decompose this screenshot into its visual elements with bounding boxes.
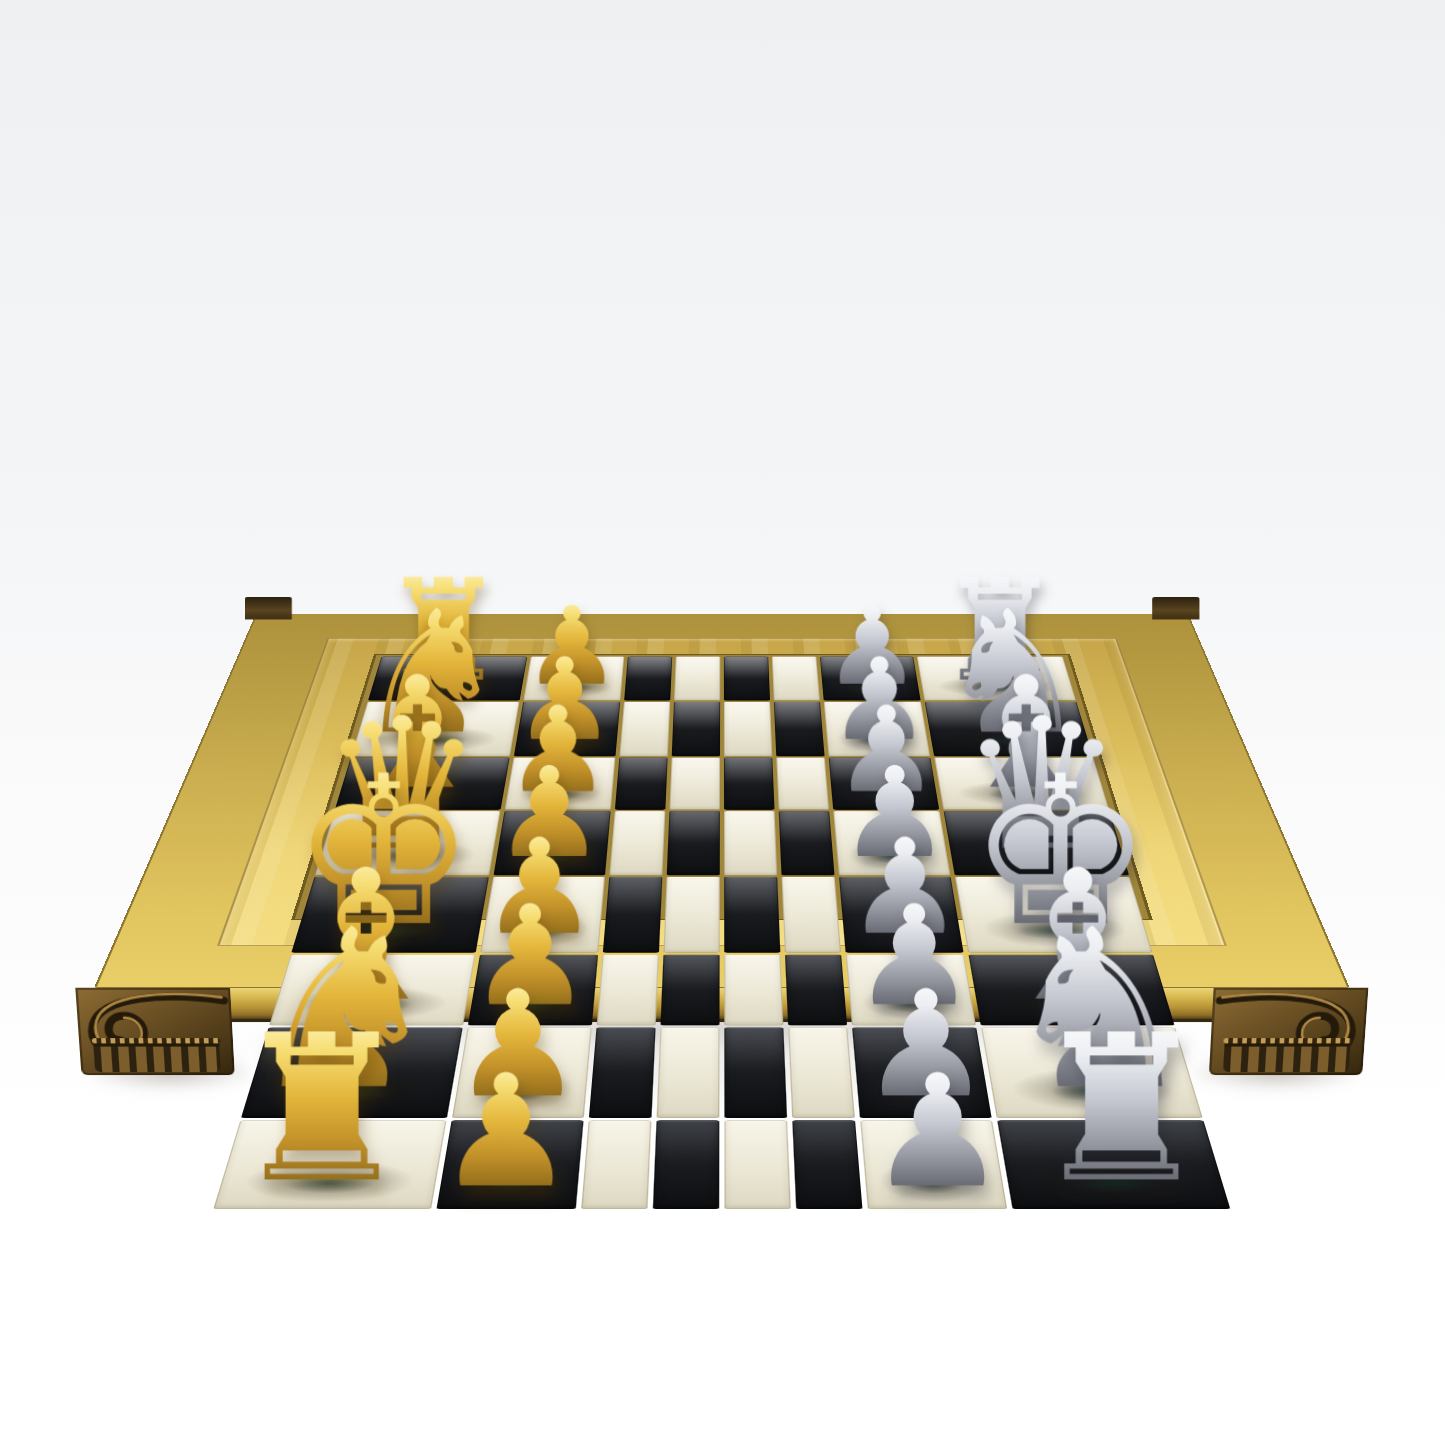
square-a3[interactable] — [625, 657, 673, 701]
square-f3[interactable] — [597, 955, 659, 1026]
foot-fluting — [93, 1043, 221, 1072]
square-d3[interactable] — [610, 811, 666, 875]
square-g3[interactable] — [589, 1028, 655, 1118]
square-h6[interactable] — [792, 1120, 862, 1209]
square-h8[interactable]: ♜ — [997, 1120, 1231, 1209]
square-c5[interactable] — [724, 757, 774, 809]
square-a6[interactable] — [772, 657, 820, 701]
square-c4[interactable] — [670, 757, 720, 809]
piece-white-pawn[interactable]: ♟ — [437, 1058, 577, 1206]
square-a4[interactable] — [674, 657, 720, 701]
studio-photo-stage: ♜♟♟♜♞♟♟♞♝♟♟♝♛♟♟♛♚♟♟♚♝♟♟♝♞♟♟♞♜♟♟♜ — [0, 0, 1445, 1445]
corner-foot-front-left — [75, 988, 235, 1076]
square-c6[interactable] — [776, 757, 829, 809]
piece-black-pawn[interactable]: ♟ — [867, 1058, 1007, 1206]
square-h3[interactable] — [582, 1120, 652, 1209]
perspective-container: ♜♟♟♜♞♟♟♞♝♟♟♝♛♟♟♛♚♟♟♚♝♟♟♝♞♟♟♞♜♟♟♜ — [0, 0, 1445, 1445]
piece-black-rook[interactable]: ♜ — [1030, 1013, 1212, 1206]
square-d4[interactable] — [667, 811, 720, 875]
square-g5[interactable] — [724, 1028, 786, 1118]
checkerboard: ♜♟♟♜♞♟♟♞♝♟♟♝♛♟♟♛♚♟♟♚♝♟♟♝♞♟♟♞♜♟♟♜ — [291, 654, 1153, 920]
square-h5[interactable] — [724, 1120, 790, 1209]
square-h1[interactable]: ♜ — [213, 1120, 447, 1209]
square-e5[interactable] — [724, 877, 780, 953]
square-d5[interactable] — [724, 811, 777, 875]
square-g4[interactable] — [657, 1028, 720, 1118]
square-d6[interactable] — [778, 811, 834, 875]
square-h7[interactable]: ♟ — [860, 1120, 1007, 1209]
square-f6[interactable] — [785, 955, 847, 1026]
square-f5[interactable] — [724, 955, 783, 1026]
corner-foot-front-right — [1209, 988, 1369, 1076]
corner-foot-back-left — [245, 597, 292, 620]
square-h2[interactable]: ♟ — [437, 1120, 584, 1209]
square-g6[interactable] — [788, 1028, 854, 1118]
chess-board: ♜♟♟♜♞♟♟♞♝♟♟♝♛♟♟♛♚♟♟♚♝♟♟♝♞♟♟♞♜♟♟♜ — [94, 614, 1350, 988]
square-h4[interactable] — [653, 1120, 719, 1209]
square-f4[interactable] — [661, 955, 720, 1026]
piece-white-rook[interactable]: ♜ — [231, 1013, 413, 1206]
square-c3[interactable] — [615, 757, 668, 809]
square-e4[interactable] — [664, 877, 720, 953]
corner-foot-back-right — [1152, 597, 1199, 620]
square-e6[interactable] — [781, 877, 840, 953]
square-a5[interactable] — [724, 657, 770, 701]
foot-fluting — [1223, 1043, 1351, 1072]
square-e3[interactable] — [603, 877, 662, 953]
